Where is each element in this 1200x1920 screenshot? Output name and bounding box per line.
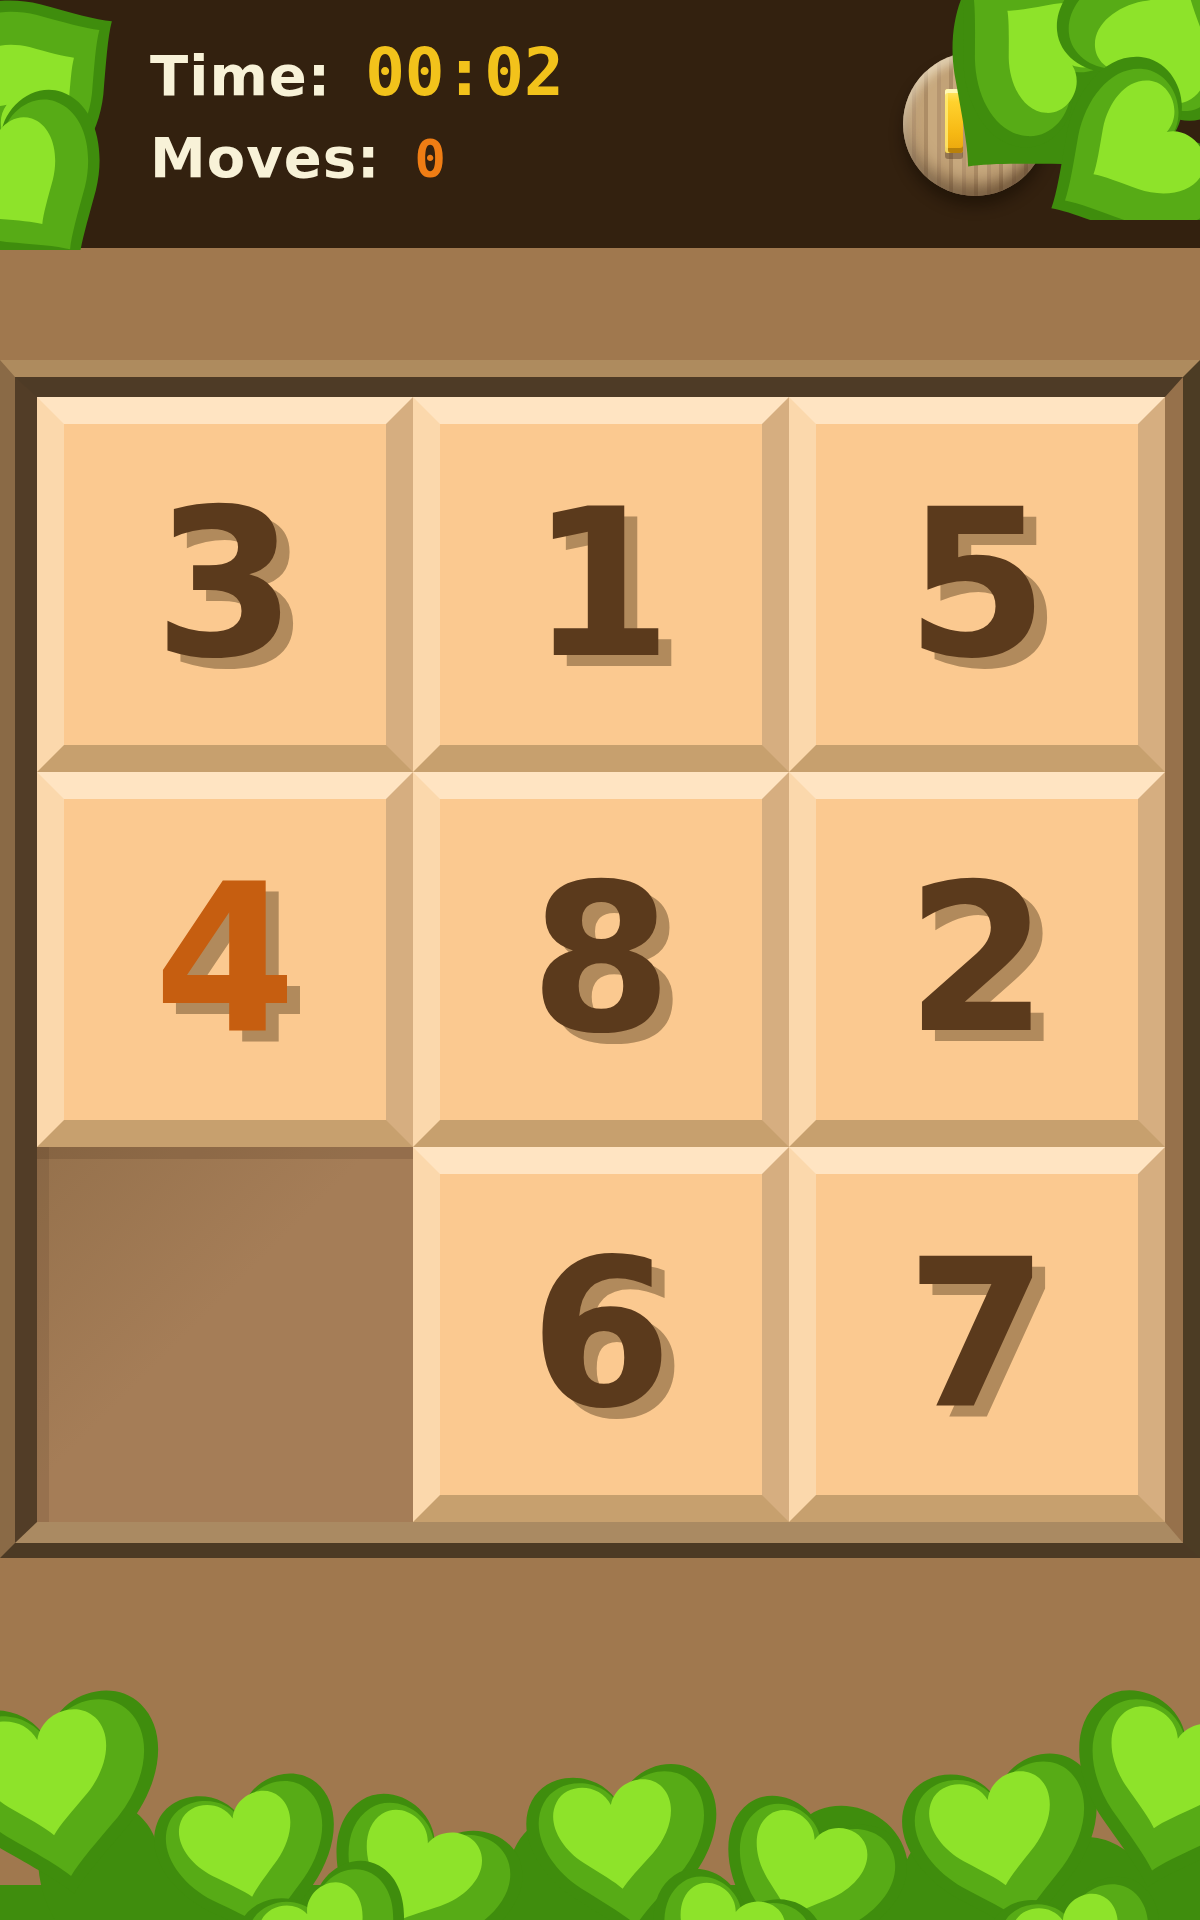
time-value: 00:02	[365, 34, 564, 111]
tile-1[interactable]: 1	[413, 397, 789, 772]
tile-number: 3	[154, 482, 297, 687]
tile-7[interactable]: 7	[789, 1147, 1165, 1522]
tile-number: 8	[530, 857, 673, 1062]
tile-number: 6	[530, 1232, 673, 1437]
time-row: Time: 00:02	[150, 34, 564, 111]
puzzle-board: 31548267	[15, 377, 1183, 1543]
tile-8[interactable]: 8	[413, 772, 789, 1147]
heart-leaves-decoration-bottom	[0, 1670, 1200, 1920]
tile-4[interactable]: 4	[37, 772, 413, 1147]
tile-grid: 31548267	[37, 397, 1165, 1522]
moves-value: 0	[414, 129, 445, 189]
tile-number: 2	[906, 857, 1049, 1062]
pause-icon	[945, 89, 963, 153]
time-label: Time:	[150, 43, 331, 108]
tile-5[interactable]: 5	[789, 397, 1165, 772]
pause-button[interactable]	[903, 52, 1047, 196]
tile-number: 7	[906, 1232, 1049, 1437]
tile-3[interactable]: 3	[37, 397, 413, 772]
puzzle-board-frame: 31548267	[0, 360, 1200, 1558]
hud-header: Time: 00:02 Moves: 0	[0, 0, 1200, 248]
tile-number: 4	[154, 857, 297, 1062]
tile-number: 5	[906, 482, 1049, 687]
tile-6[interactable]: 6	[413, 1147, 789, 1522]
tile-number: 1	[530, 482, 673, 687]
empty-cell	[37, 1147, 413, 1522]
pause-icon	[987, 89, 1005, 153]
moves-label: Moves:	[150, 125, 380, 190]
moves-row: Moves: 0	[150, 125, 564, 190]
hud-stats: Time: 00:02 Moves: 0	[150, 34, 564, 190]
tile-2[interactable]: 2	[789, 772, 1165, 1147]
